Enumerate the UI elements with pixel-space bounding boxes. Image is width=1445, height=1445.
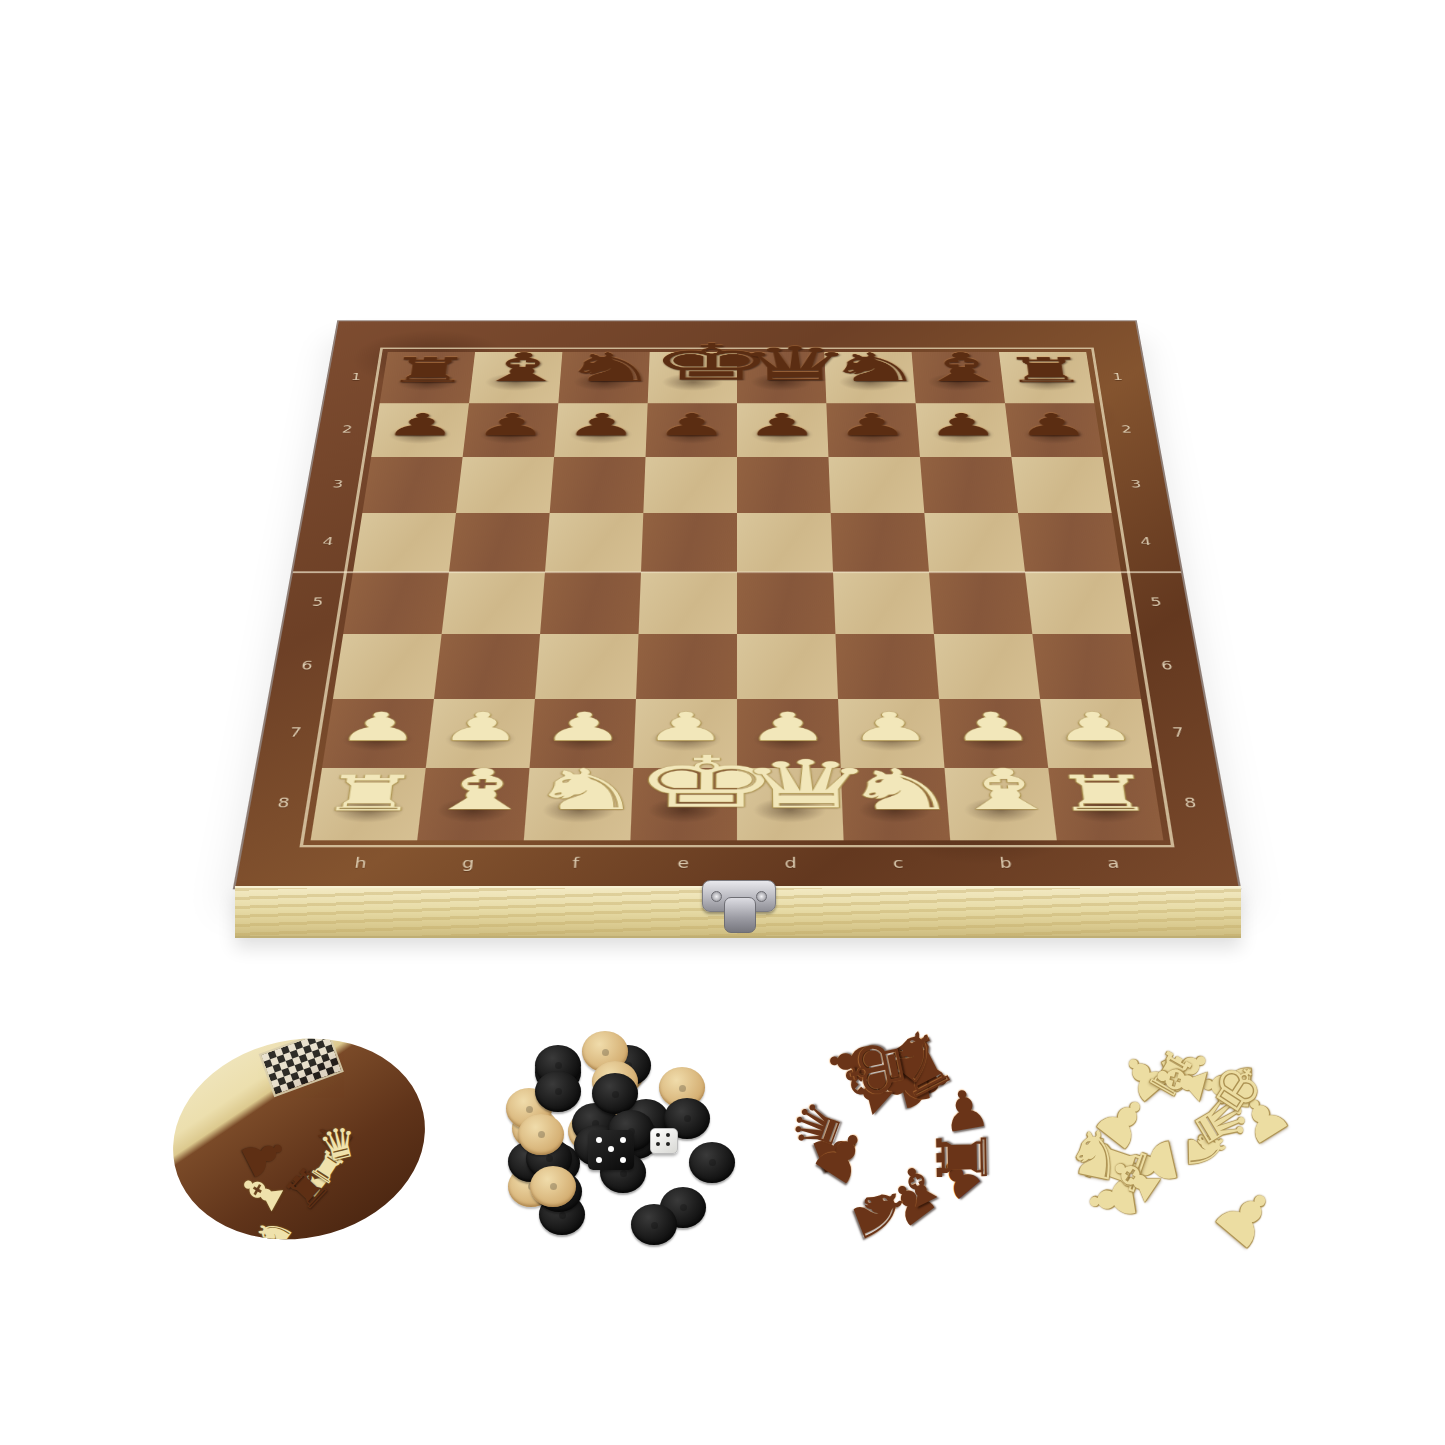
piece-dark-bishop: ♝ <box>911 348 1003 388</box>
board-square <box>442 572 545 634</box>
chessboard-scene: hgfedcba1234567812345678 ♜♝♞♚♛♞♝♜♟♟♟♟♟♟♟… <box>235 321 1238 887</box>
checker-disc <box>689 1142 735 1183</box>
piece-dark-pawn: ♟ <box>374 410 468 441</box>
board-square <box>535 634 639 699</box>
die-pip <box>596 1137 602 1143</box>
board-square <box>1025 572 1131 634</box>
board-square <box>639 572 737 634</box>
clasp-icon <box>702 880 776 912</box>
screw-icon <box>711 891 722 902</box>
product-photo: hgfedcba1234567812345678 ♜♝♞♚♛♞♝♜♟♟♟♟♟♟♟… <box>0 0 1445 1445</box>
board-square <box>1032 634 1141 699</box>
board-square <box>524 768 633 840</box>
die-pip <box>656 1142 660 1146</box>
piece-dark-pawn: ♟ <box>1006 410 1100 441</box>
disc-center-dot <box>546 1155 553 1162</box>
disc-center-dot <box>620 1170 627 1177</box>
pile-piece-pawn: ♟ <box>1201 1171 1291 1262</box>
piece-dark-knight: ♞ <box>824 348 914 388</box>
coordinate-label: 1 <box>1103 373 1132 382</box>
thumbnail-light-pieces-pile: ♟♟♟♟♟♟♟♟♜♜♞♞♝♝♛♚ <box>1046 1022 1308 1270</box>
disc-center-dot <box>680 1204 687 1211</box>
disc-center-dot <box>559 1212 566 1219</box>
coordinate-label: 7 <box>1161 727 1195 739</box>
disc-center-dot <box>538 1131 545 1138</box>
board-square <box>641 513 737 572</box>
coordinate-label: f <box>558 857 592 870</box>
coordinate-label: a <box>1096 857 1131 870</box>
piece-dark-rook: ♜ <box>382 353 475 388</box>
board-square <box>426 699 535 768</box>
board-square <box>311 768 426 840</box>
disc-center-dot <box>602 1049 609 1056</box>
board-square <box>737 634 838 699</box>
screw-icon <box>756 891 767 902</box>
disc-center-dot <box>684 1115 691 1122</box>
coordinate-label: 8 <box>266 797 301 810</box>
piece-dark-pawn: ♟ <box>737 410 828 441</box>
board-square <box>545 513 643 572</box>
coordinate-label: 6 <box>290 660 323 672</box>
stored-piece-icon: ♞ <box>248 1208 301 1260</box>
board-square <box>737 572 835 634</box>
coordinate-label: d <box>774 857 808 870</box>
piece-dark-knight: ♞ <box>560 348 650 388</box>
disc-center-dot <box>612 1091 619 1098</box>
board-square <box>550 457 646 513</box>
checker-pattern-icon <box>259 1029 344 1098</box>
board-square <box>737 768 844 840</box>
die-pip <box>666 1142 670 1146</box>
board-square <box>643 457 737 513</box>
board-square <box>333 634 442 699</box>
board-frame: hgfedcba1234567812345678 <box>235 321 1238 887</box>
piece-dark-rook: ♜ <box>999 353 1092 388</box>
piece-dark-bishop: ♝ <box>471 348 563 388</box>
coordinate-label: 4 <box>312 537 343 547</box>
board-square <box>540 572 641 634</box>
thumbnail-dark-pieces-pile: ♟♟♟♟♟♟♟♟♜♜♞♞♝♝♛♚ <box>770 1002 1032 1274</box>
die-pip <box>666 1133 670 1137</box>
board-square <box>449 513 550 572</box>
piece-dark-pawn: ♟ <box>827 410 919 441</box>
piece-dark-king: ♚ <box>648 337 737 387</box>
coordinate-label: 2 <box>1112 425 1142 434</box>
disc-center-dot <box>550 1183 557 1190</box>
coordinate-label: b <box>988 857 1023 870</box>
board-square <box>1048 768 1163 840</box>
fold-seam <box>293 571 1181 573</box>
piece-dark-pawn: ♟ <box>465 410 558 441</box>
board-square <box>920 457 1018 513</box>
disc-center-dot <box>709 1159 716 1166</box>
die-pip <box>608 1146 614 1152</box>
pine-front-edge <box>235 886 1241 938</box>
board-square <box>841 768 950 840</box>
coordinate-label: 2 <box>332 425 362 434</box>
board-square <box>833 572 934 634</box>
board-square <box>828 457 924 513</box>
checker-disc <box>535 1071 581 1112</box>
board-square <box>737 699 841 768</box>
board-square <box>944 768 1056 840</box>
coordinate-label: 7 <box>279 727 313 739</box>
die-pip <box>596 1157 602 1163</box>
board-square <box>1018 513 1121 572</box>
board-square <box>835 634 939 699</box>
board-square <box>737 457 831 513</box>
disc-center-dot <box>555 1062 562 1069</box>
board-square <box>343 572 449 634</box>
board-square <box>417 768 529 840</box>
piece-dark-pawn: ♟ <box>555 410 647 441</box>
coordinate-label: c <box>881 857 915 870</box>
piece-dark-pawn: ♟ <box>916 410 1009 441</box>
die-icon <box>588 1130 634 1170</box>
coordinate-label: 1 <box>342 373 371 382</box>
coordinate-label: 8 <box>1173 797 1208 810</box>
checker-disc <box>530 1166 576 1207</box>
disc-center-dot <box>679 1085 686 1092</box>
disc-center-dot <box>555 1088 562 1095</box>
board-square <box>924 513 1025 572</box>
checker-disc <box>518 1114 564 1155</box>
die-icon <box>650 1128 678 1154</box>
die-pip <box>656 1133 660 1137</box>
board-square <box>934 634 1040 699</box>
board-square <box>322 699 434 768</box>
thumbnail-storage-inset: ♟♝♜♞♛♟♝♜♞ <box>154 1016 444 1262</box>
board-square <box>737 513 833 572</box>
board-square <box>456 457 554 513</box>
board-square <box>434 634 540 699</box>
coordinate-label: 6 <box>1150 660 1183 672</box>
board-square <box>1011 457 1111 513</box>
disc-center-dot <box>651 1222 658 1229</box>
board-square <box>362 457 462 513</box>
coordinate-label: 4 <box>1130 537 1161 547</box>
coordinate-label: 3 <box>1121 479 1152 489</box>
coordinate-label: e <box>666 857 700 870</box>
die-pip <box>620 1157 626 1163</box>
die-pip <box>620 1137 626 1143</box>
coordinate-label: h <box>343 857 378 870</box>
board-square <box>838 699 944 768</box>
board-square <box>636 634 737 699</box>
board-square <box>530 699 636 768</box>
board-square <box>929 572 1032 634</box>
board-square <box>939 699 1048 768</box>
piece-dark-queen: ♛ <box>737 341 826 388</box>
board-square <box>831 513 929 572</box>
board-square <box>1040 699 1152 768</box>
disc-center-dot <box>526 1106 533 1113</box>
checker-disc <box>631 1204 677 1245</box>
thumbnail-checkers-pile <box>468 1012 754 1274</box>
board-square <box>353 513 456 572</box>
clasp-knob-icon <box>724 897 756 933</box>
board-square <box>630 768 737 840</box>
coordinate-label: g <box>451 857 486 870</box>
coordinate-label: 3 <box>323 479 354 489</box>
coordinate-label: 5 <box>302 597 334 608</box>
piece-dark-pawn: ♟ <box>646 410 737 441</box>
board-square <box>633 699 737 768</box>
coordinate-label: 5 <box>1140 597 1172 608</box>
